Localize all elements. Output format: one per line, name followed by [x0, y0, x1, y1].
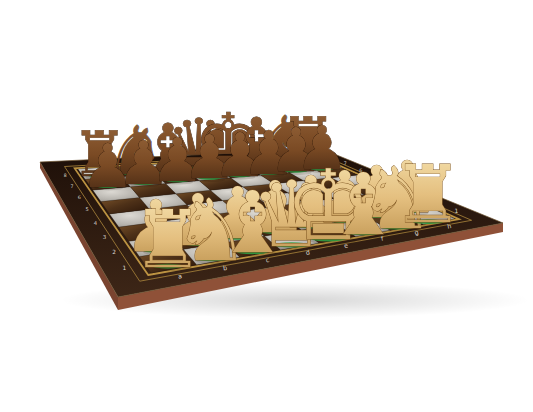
rank-label-left-8: 8: [64, 173, 67, 178]
piece-white-rook-h1: ♜: [392, 148, 463, 241]
rank-label-left-2: 2: [112, 249, 116, 255]
chess-board: abcdefgh1234567812345678♜♞♝♛♚♝♞♜♟♟♟♟♟♟♟♟…: [0, 0, 533, 412]
rank-label-left-3: 3: [103, 234, 107, 240]
rank-label-left-5: 5: [86, 206, 89, 212]
chess-set-photo: abcdefgh1234567812345678♜♞♝♛♚♝♞♜♟♟♟♟♟♟♟♟…: [0, 0, 533, 412]
